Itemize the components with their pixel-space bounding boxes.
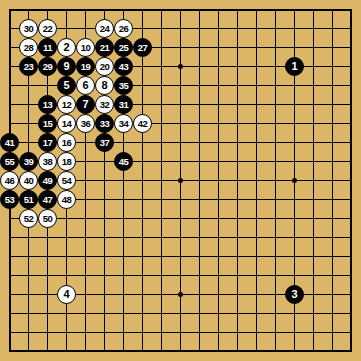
move-number: 2	[63, 42, 69, 53]
move-number: 36	[81, 118, 91, 128]
black-stone-39: 39	[19, 152, 38, 171]
move-number: 30	[24, 23, 34, 33]
move-number: 40	[24, 175, 34, 185]
white-stone-32: 32	[95, 95, 114, 114]
move-number: 37	[100, 137, 110, 147]
move-number: 4	[63, 289, 69, 300]
white-stone-50: 50	[38, 209, 57, 228]
move-number: 12	[62, 99, 72, 109]
black-stone-33: 33	[95, 114, 114, 133]
white-stone-30: 30	[19, 19, 38, 38]
move-number: 53	[5, 194, 15, 204]
move-number: 22	[43, 23, 53, 33]
white-stone-34: 34	[114, 114, 133, 133]
move-number: 51	[24, 194, 34, 204]
star-point	[292, 178, 297, 183]
black-stone-21: 21	[95, 38, 114, 57]
move-number: 49	[43, 175, 53, 185]
white-stone-54: 54	[57, 171, 76, 190]
move-number: 20	[100, 61, 110, 71]
white-stone-4: 4	[57, 285, 76, 304]
black-stone-31: 31	[114, 95, 133, 114]
black-stone-7: 7	[76, 95, 95, 114]
move-number: 35	[119, 80, 129, 90]
move-number: 43	[119, 61, 129, 71]
black-stone-17: 17	[38, 133, 57, 152]
move-number: 17	[43, 137, 53, 147]
move-number: 26	[119, 23, 129, 33]
black-stone-35: 35	[114, 76, 133, 95]
black-stone-53: 53	[0, 190, 19, 209]
star-point	[178, 178, 183, 183]
white-stone-42: 42	[133, 114, 152, 133]
black-stone-1: 1	[285, 57, 304, 76]
black-stone-19: 19	[76, 57, 95, 76]
move-number: 34	[119, 118, 129, 128]
black-stone-43: 43	[114, 57, 133, 76]
move-number: 47	[43, 194, 53, 204]
white-stone-10: 10	[76, 38, 95, 57]
move-number: 14	[62, 118, 72, 128]
white-stone-52: 52	[19, 209, 38, 228]
move-number: 18	[62, 156, 72, 166]
black-stone-29: 29	[38, 57, 57, 76]
white-stone-20: 20	[95, 57, 114, 76]
white-stone-14: 14	[57, 114, 76, 133]
move-number: 13	[43, 99, 53, 109]
star-point	[178, 64, 183, 69]
move-number: 45	[119, 156, 129, 166]
white-stone-12: 12	[57, 95, 76, 114]
move-number: 21	[100, 42, 110, 52]
move-number: 39	[24, 156, 34, 166]
move-number: 15	[43, 118, 53, 128]
move-number: 28	[24, 42, 34, 52]
black-stone-51: 51	[19, 190, 38, 209]
black-stone-15: 15	[38, 114, 57, 133]
move-number: 25	[119, 42, 129, 52]
move-number: 50	[43, 213, 53, 223]
black-stone-47: 47	[38, 190, 57, 209]
black-stone-13: 13	[38, 95, 57, 114]
black-stone-41: 41	[0, 133, 19, 152]
move-number: 19	[81, 61, 91, 71]
black-stone-9: 9	[57, 57, 76, 76]
white-stone-36: 36	[76, 114, 95, 133]
white-stone-8: 8	[95, 76, 114, 95]
move-number: 48	[62, 194, 72, 204]
white-stone-22: 22	[38, 19, 57, 38]
black-stone-49: 49	[38, 171, 57, 190]
black-stone-45: 45	[114, 152, 133, 171]
move-number: 6	[82, 80, 88, 91]
move-number: 23	[24, 61, 34, 71]
move-number: 7	[82, 99, 88, 110]
white-stone-40: 40	[19, 171, 38, 190]
move-number: 1	[291, 61, 297, 72]
move-number: 54	[62, 175, 72, 185]
black-stone-5: 5	[57, 76, 76, 95]
go-board-diagram: 1234567891011121314151617181920212223242…	[0, 0, 361, 361]
move-number: 31	[119, 99, 129, 109]
white-stone-2: 2	[57, 38, 76, 57]
white-stone-46: 46	[0, 171, 19, 190]
move-number: 46	[5, 175, 15, 185]
black-stone-27: 27	[133, 38, 152, 57]
white-stone-24: 24	[95, 19, 114, 38]
white-stone-38: 38	[38, 152, 57, 171]
move-number: 5	[63, 80, 69, 91]
black-stone-3: 3	[285, 285, 304, 304]
move-number: 42	[138, 118, 148, 128]
move-number: 41	[5, 137, 15, 147]
white-stone-16: 16	[57, 133, 76, 152]
move-number: 33	[100, 118, 110, 128]
black-stone-25: 25	[114, 38, 133, 57]
move-number: 38	[43, 156, 53, 166]
board-intersections: 1234567891011121314151617181920212223242…	[0, 0, 361, 361]
move-number: 11	[43, 42, 52, 52]
move-number: 8	[101, 80, 107, 91]
black-stone-55: 55	[0, 152, 19, 171]
star-point	[178, 292, 183, 297]
move-number: 55	[5, 156, 15, 166]
move-number: 3	[291, 289, 297, 300]
move-number: 24	[100, 23, 110, 33]
move-number: 27	[138, 42, 148, 52]
white-stone-26: 26	[114, 19, 133, 38]
white-stone-28: 28	[19, 38, 38, 57]
move-number: 52	[24, 213, 34, 223]
white-stone-18: 18	[57, 152, 76, 171]
move-number: 10	[81, 42, 91, 52]
white-stone-6: 6	[76, 76, 95, 95]
white-stone-48: 48	[57, 190, 76, 209]
move-number: 16	[62, 137, 72, 147]
black-stone-23: 23	[19, 57, 38, 76]
move-number: 32	[100, 99, 110, 109]
move-number: 29	[43, 61, 53, 71]
move-number: 9	[63, 61, 69, 72]
black-stone-37: 37	[95, 133, 114, 152]
black-stone-11: 11	[38, 38, 57, 57]
